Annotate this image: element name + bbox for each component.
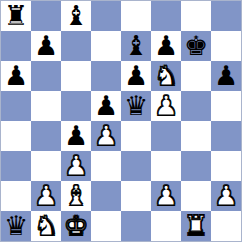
black-king: ♚	[184, 31, 208, 61]
square-e3[interactable]	[121, 151, 151, 181]
white-pawn: ♟	[154, 91, 178, 121]
square-d1[interactable]	[91, 211, 121, 241]
square-b7[interactable]: ♟	[31, 31, 61, 61]
square-e4[interactable]	[121, 121, 151, 151]
black-pawn: ♟	[214, 61, 238, 91]
square-d8[interactable]	[91, 1, 121, 31]
square-a8[interactable]: ♜	[1, 1, 31, 31]
black-pawn: ♟	[4, 61, 28, 91]
chess-board: ♜♝♟♝♟♚♟♟♞♟♟♛♟♟♟♟♟♝♟♟♛♞♚♜	[0, 0, 242, 242]
white-knight: ♞	[154, 61, 178, 91]
square-h8[interactable]	[211, 1, 241, 31]
square-e2[interactable]	[121, 181, 151, 211]
black-pawn: ♟	[34, 31, 58, 61]
square-b6[interactable]	[31, 61, 61, 91]
square-g5[interactable]	[181, 91, 211, 121]
square-d6[interactable]	[91, 61, 121, 91]
square-a2[interactable]	[1, 181, 31, 211]
white-pawn: ♟	[34, 181, 58, 211]
square-c7[interactable]	[61, 31, 91, 61]
square-f5[interactable]: ♟	[151, 91, 181, 121]
square-e7[interactable]: ♝	[121, 31, 151, 61]
white-pawn: ♟	[214, 181, 238, 211]
square-a4[interactable]	[1, 121, 31, 151]
square-f1[interactable]	[151, 211, 181, 241]
square-c8[interactable]: ♝	[61, 1, 91, 31]
square-h7[interactable]	[211, 31, 241, 61]
square-a6[interactable]: ♟	[1, 61, 31, 91]
white-bishop: ♝	[64, 181, 88, 211]
square-c5[interactable]	[61, 91, 91, 121]
square-b4[interactable]	[31, 121, 61, 151]
black-queen: ♛	[4, 211, 28, 241]
square-d5[interactable]: ♟	[91, 91, 121, 121]
square-e5[interactable]: ♛	[121, 91, 151, 121]
black-bishop: ♝	[64, 1, 88, 31]
square-g7[interactable]: ♚	[181, 31, 211, 61]
white-king: ♚	[64, 211, 88, 241]
black-queen: ♛	[124, 91, 148, 121]
square-a7[interactable]	[1, 31, 31, 61]
square-h1[interactable]	[211, 211, 241, 241]
square-h6[interactable]: ♟	[211, 61, 241, 91]
square-d4[interactable]: ♟	[91, 121, 121, 151]
square-e6[interactable]: ♟	[121, 61, 151, 91]
square-g6[interactable]	[181, 61, 211, 91]
square-f7[interactable]: ♟	[151, 31, 181, 61]
square-d2[interactable]	[91, 181, 121, 211]
white-rook: ♜	[184, 211, 208, 241]
white-pawn: ♟	[154, 181, 178, 211]
square-g8[interactable]	[181, 1, 211, 31]
square-g2[interactable]	[181, 181, 211, 211]
square-h2[interactable]: ♟	[211, 181, 241, 211]
white-pawn: ♟	[94, 121, 118, 151]
white-knight: ♞	[34, 211, 58, 241]
square-b8[interactable]	[31, 1, 61, 31]
square-b2[interactable]: ♟	[31, 181, 61, 211]
square-f6[interactable]: ♞	[151, 61, 181, 91]
square-a1[interactable]: ♛	[1, 211, 31, 241]
square-h4[interactable]	[211, 121, 241, 151]
square-e8[interactable]	[121, 1, 151, 31]
square-h5[interactable]	[211, 91, 241, 121]
square-g3[interactable]	[181, 151, 211, 181]
white-pawn: ♟	[64, 151, 88, 181]
black-pawn: ♟	[154, 31, 178, 61]
square-c1[interactable]: ♚	[61, 211, 91, 241]
square-f4[interactable]	[151, 121, 181, 151]
square-h3[interactable]	[211, 151, 241, 181]
square-c6[interactable]	[61, 61, 91, 91]
square-a3[interactable]	[1, 151, 31, 181]
square-e1[interactable]	[121, 211, 151, 241]
black-pawn: ♟	[94, 91, 118, 121]
black-rook: ♜	[4, 1, 28, 31]
square-f8[interactable]	[151, 1, 181, 31]
square-c2[interactable]: ♝	[61, 181, 91, 211]
square-a5[interactable]	[1, 91, 31, 121]
square-b3[interactable]	[31, 151, 61, 181]
black-pawn: ♟	[64, 121, 88, 151]
square-b5[interactable]	[31, 91, 61, 121]
square-c4[interactable]: ♟	[61, 121, 91, 151]
square-f2[interactable]: ♟	[151, 181, 181, 211]
square-d7[interactable]	[91, 31, 121, 61]
square-b1[interactable]: ♞	[31, 211, 61, 241]
square-f3[interactable]	[151, 151, 181, 181]
black-bishop: ♝	[124, 31, 148, 61]
square-g1[interactable]: ♜	[181, 211, 211, 241]
square-g4[interactable]	[181, 121, 211, 151]
square-c3[interactable]: ♟	[61, 151, 91, 181]
square-d3[interactable]	[91, 151, 121, 181]
black-pawn: ♟	[124, 61, 148, 91]
